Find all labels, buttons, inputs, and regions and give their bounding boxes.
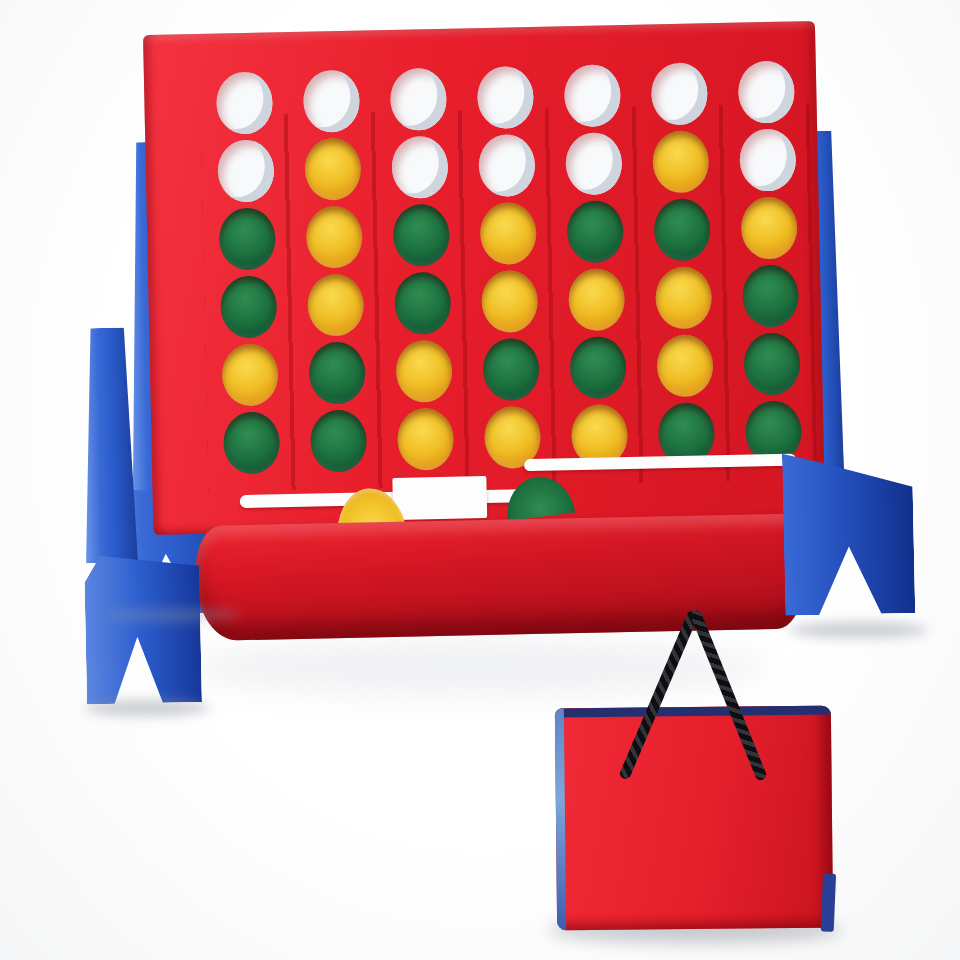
green-disc <box>218 207 275 270</box>
empty-hole <box>565 132 622 195</box>
green-disc <box>308 342 365 405</box>
empty-hole <box>302 70 359 133</box>
green-disc <box>392 204 449 267</box>
empty-hole <box>650 62 707 125</box>
yellow-disc <box>481 270 538 333</box>
board-grid <box>200 57 817 478</box>
green-disc <box>222 411 279 474</box>
left-front-leg-foot <box>84 554 202 704</box>
yellow-disc <box>654 266 711 329</box>
yellow-disc <box>479 202 536 265</box>
green-disc <box>566 200 623 263</box>
bag-body <box>555 706 833 931</box>
yellow-disc <box>652 130 709 193</box>
empty-hole <box>215 71 272 134</box>
left-foot-shadow <box>85 700 210 716</box>
yellow-disc <box>396 408 453 471</box>
empty-hole <box>217 139 274 202</box>
empty-hole <box>476 66 533 129</box>
yellow-disc <box>568 268 625 331</box>
bag-left-trim <box>555 708 566 930</box>
green-disc-in-tray <box>503 473 575 521</box>
green-disc <box>653 198 710 261</box>
yellow-disc <box>304 138 361 201</box>
empty-hole <box>739 128 796 191</box>
empty-hole <box>563 64 620 127</box>
connect-four-board <box>143 21 825 535</box>
green-disc <box>482 338 539 401</box>
rear-foot-shadow <box>105 608 240 622</box>
yellow-disc <box>221 343 278 406</box>
right-leg-foot <box>782 451 915 616</box>
carry-bag <box>540 595 860 950</box>
yellow-disc <box>305 206 362 269</box>
green-disc <box>569 336 626 399</box>
left-front-leg-post <box>81 327 138 563</box>
yellow-disc <box>395 340 452 403</box>
empty-hole <box>478 134 535 197</box>
green-disc <box>741 264 798 327</box>
bag-corner-trim <box>821 873 836 931</box>
yellow-disc <box>656 334 713 397</box>
release-slider <box>392 476 487 520</box>
yellow-disc <box>307 274 364 337</box>
product-photo-scene <box>0 0 960 960</box>
green-disc <box>743 332 800 395</box>
green-disc <box>220 275 277 338</box>
empty-hole <box>391 136 448 199</box>
bag-top-trim <box>555 706 831 718</box>
yellow-disc <box>740 196 797 259</box>
green-disc <box>309 410 366 473</box>
empty-hole <box>737 60 794 123</box>
green-disc <box>394 272 451 335</box>
empty-hole <box>389 68 446 131</box>
